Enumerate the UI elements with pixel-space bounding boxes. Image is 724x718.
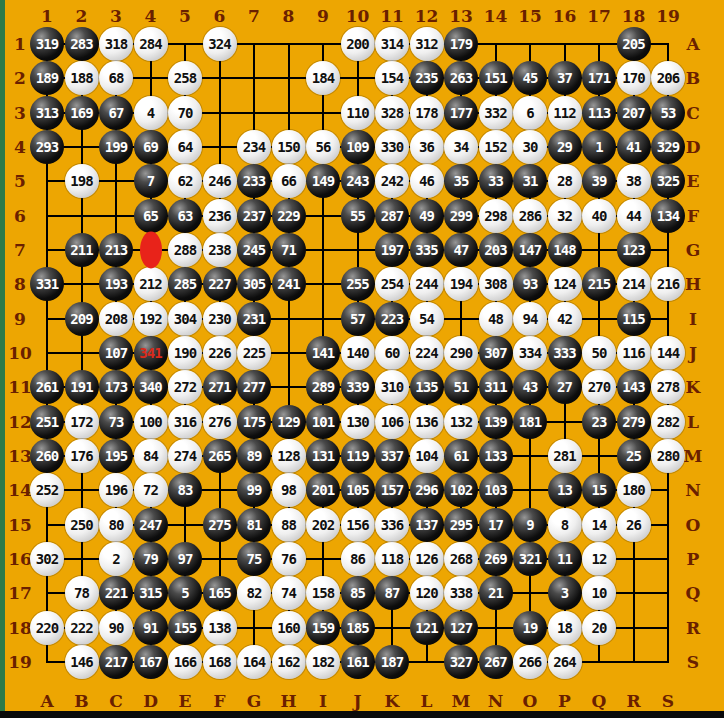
- stone-white-281: 281: [548, 439, 582, 473]
- coord-label-bottom: C: [109, 691, 123, 711]
- stone-white-30: 30: [513, 130, 547, 164]
- stone-black-148: 148: [548, 233, 582, 267]
- stone-white-154: 154: [375, 61, 409, 95]
- stone-black-263: 263: [444, 61, 478, 95]
- stone-white-200: 200: [341, 27, 375, 61]
- stone-white-48: 48: [479, 302, 513, 336]
- stone-black-149: 149: [306, 164, 340, 198]
- stone-black-31: 31: [513, 164, 547, 198]
- stone-black-319: 319: [30, 27, 64, 61]
- coord-label-left: 11: [8, 377, 32, 397]
- stone-white-68: 68: [99, 61, 133, 95]
- stone-white-100: 100: [134, 405, 168, 439]
- stone-white-126: 126: [410, 542, 444, 576]
- stone-black-247: 247: [134, 508, 168, 542]
- coord-label-bottom: L: [421, 691, 433, 711]
- stone-white-128: 128: [272, 439, 306, 473]
- coord-label-top: 9: [317, 6, 329, 26]
- coord-label-right: I: [689, 309, 697, 329]
- stone-black-260: 260: [30, 439, 64, 473]
- ko-marker: [140, 231, 162, 268]
- coord-label-top: 5: [179, 6, 191, 26]
- stone-white-140: 140: [341, 336, 375, 370]
- coord-label-right: M: [684, 446, 703, 466]
- stone-black-65: 65: [134, 199, 168, 233]
- stone-black-307: 307: [479, 336, 513, 370]
- stone-black-53: 53: [651, 96, 685, 130]
- stone-black-277: 277: [237, 370, 271, 404]
- stone-black-179: 179: [444, 27, 478, 61]
- stone-black-299: 299: [444, 199, 478, 233]
- stone-white-192: 192: [134, 302, 168, 336]
- stone-white-225: 225: [237, 336, 271, 370]
- stone-black-341: 341: [134, 336, 168, 370]
- coord-label-top: 1: [41, 6, 53, 26]
- stone-black-99: 99: [237, 473, 271, 507]
- stone-black-135: 135: [410, 370, 444, 404]
- stone-white-272: 272: [168, 370, 202, 404]
- stone-white-32: 32: [548, 199, 582, 233]
- stone-black-269: 269: [479, 542, 513, 576]
- stone-white-278: 278: [651, 370, 685, 404]
- stone-black-265: 265: [203, 439, 237, 473]
- stone-white-42: 42: [548, 302, 582, 336]
- stone-white-38: 38: [617, 164, 651, 198]
- coord-label-bottom: G: [247, 691, 262, 711]
- stone-black-327: 327: [444, 645, 478, 679]
- stone-white-172: 172: [65, 405, 99, 439]
- stone-black-161: 161: [341, 645, 375, 679]
- coord-label-top: 13: [449, 6, 473, 26]
- stone-white-168: 168: [203, 645, 237, 679]
- stone-white-138: 138: [203, 611, 237, 645]
- stone-white-82: 82: [237, 576, 271, 610]
- stone-white-44: 44: [617, 199, 651, 233]
- stone-black-227: 227: [203, 267, 237, 301]
- stone-black-61: 61: [444, 439, 478, 473]
- stone-white-106: 106: [375, 405, 409, 439]
- stone-white-98: 98: [272, 473, 306, 507]
- stone-black-85: 85: [341, 576, 375, 610]
- coord-label-right: R: [686, 618, 700, 638]
- coord-label-left: 17: [8, 583, 32, 603]
- stone-white-110: 110: [341, 96, 375, 130]
- stone-black-195: 195: [99, 439, 133, 473]
- stone-black-134: 134: [651, 199, 685, 233]
- coord-label-bottom: A: [40, 691, 53, 711]
- stone-white-130: 130: [341, 405, 375, 439]
- stone-white-164: 164: [237, 645, 271, 679]
- stone-white-222: 222: [65, 611, 99, 645]
- stone-white-214: 214: [617, 267, 651, 301]
- stone-black-143: 143: [617, 370, 651, 404]
- stone-black-129: 129: [272, 405, 306, 439]
- stone-black-113: 113: [582, 96, 616, 130]
- stone-white-62: 62: [168, 164, 202, 198]
- stone-white-176: 176: [65, 439, 99, 473]
- coord-label-left: 3: [14, 103, 26, 123]
- stone-white-116: 116: [617, 336, 651, 370]
- stone-black-157: 157: [375, 473, 409, 507]
- stone-white-162: 162: [272, 645, 306, 679]
- stone-white-316: 316: [168, 405, 202, 439]
- coord-label-top: 17: [587, 6, 611, 26]
- stone-black-237: 237: [237, 199, 271, 233]
- stone-white-220: 220: [30, 611, 64, 645]
- stone-white-196: 196: [99, 473, 133, 507]
- stone-black-255: 255: [341, 267, 375, 301]
- stone-black-49: 49: [410, 199, 444, 233]
- stone-black-193: 193: [99, 267, 133, 301]
- stone-white-136: 136: [410, 405, 444, 439]
- stone-black-271: 271: [203, 370, 237, 404]
- stone-white-286: 286: [513, 199, 547, 233]
- stone-white-258: 258: [168, 61, 202, 95]
- stone-white-236: 236: [203, 199, 237, 233]
- stone-white-244: 244: [410, 267, 444, 301]
- stone-white-74: 74: [272, 576, 306, 610]
- coord-label-left: 12: [8, 412, 32, 432]
- coord-label-bottom: B: [74, 691, 88, 711]
- stone-white-298: 298: [479, 199, 513, 233]
- stone-white-132: 132: [444, 405, 478, 439]
- stone-black-102: 102: [444, 473, 478, 507]
- stone-black-13: 13: [548, 473, 582, 507]
- stone-black-147: 147: [513, 233, 547, 267]
- stone-white-178: 178: [410, 96, 444, 130]
- stone-black-169: 169: [65, 96, 99, 130]
- stone-black-39: 39: [582, 164, 616, 198]
- stone-black-47: 47: [444, 233, 478, 267]
- stone-black-213: 213: [99, 233, 133, 267]
- coord-label-top: 3: [110, 6, 122, 26]
- stone-white-282: 282: [651, 405, 685, 439]
- stone-white-46: 46: [410, 164, 444, 198]
- coord-label-left: 19: [8, 652, 32, 672]
- stone-black-35: 35: [444, 164, 478, 198]
- stone-white-270: 270: [582, 370, 616, 404]
- stone-white-330: 330: [375, 130, 409, 164]
- stone-white-64: 64: [168, 130, 202, 164]
- stone-black-171: 171: [582, 61, 616, 95]
- coord-label-right: S: [687, 652, 699, 672]
- stone-white-124: 124: [548, 267, 582, 301]
- stone-white-10: 10: [582, 576, 616, 610]
- stone-white-226: 226: [203, 336, 237, 370]
- coord-label-right: D: [686, 137, 701, 157]
- stone-white-166: 166: [168, 645, 202, 679]
- stone-black-235: 235: [410, 61, 444, 95]
- stone-white-6: 6: [513, 96, 547, 130]
- coord-label-left: 4: [14, 137, 26, 157]
- stone-black-27: 27: [548, 370, 582, 404]
- stone-black-19: 19: [513, 611, 547, 645]
- coord-label-top: 19: [656, 6, 680, 26]
- coord-label-bottom: P: [558, 691, 571, 711]
- stone-black-103: 103: [479, 473, 513, 507]
- stone-black-3: 3: [548, 576, 582, 610]
- stone-white-280: 280: [651, 439, 685, 473]
- stone-black-205: 205: [617, 27, 651, 61]
- coord-label-left: 1: [14, 34, 26, 54]
- stone-white-2: 2: [99, 542, 133, 576]
- stone-white-180: 180: [617, 473, 651, 507]
- coord-label-top: 10: [346, 6, 370, 26]
- stone-black-333: 333: [548, 336, 582, 370]
- stone-white-54: 54: [410, 302, 444, 336]
- stone-black-199: 199: [99, 130, 133, 164]
- stone-black-295: 295: [444, 508, 478, 542]
- stone-white-304: 304: [168, 302, 202, 336]
- stone-white-208: 208: [99, 302, 133, 336]
- stone-black-223: 223: [375, 302, 409, 336]
- stone-white-266: 266: [513, 645, 547, 679]
- coord-label-left: 14: [8, 480, 32, 500]
- coord-label-top: 2: [76, 6, 88, 26]
- stone-white-328: 328: [375, 96, 409, 130]
- coord-label-left: 5: [14, 171, 26, 191]
- coord-label-bottom: N: [488, 691, 504, 711]
- stone-white-238: 238: [203, 233, 237, 267]
- coord-label-right: G: [686, 240, 701, 260]
- stone-black-251: 251: [30, 405, 64, 439]
- stone-white-160: 160: [272, 611, 306, 645]
- stone-white-66: 66: [272, 164, 306, 198]
- stone-black-267: 267: [479, 645, 513, 679]
- coord-label-bottom: Q: [592, 691, 607, 711]
- stone-black-43: 43: [513, 370, 547, 404]
- coord-label-right: N: [685, 480, 701, 500]
- stone-white-8: 8: [548, 508, 582, 542]
- stone-white-156: 156: [341, 508, 375, 542]
- stone-black-45: 45: [513, 61, 547, 95]
- stone-black-305: 305: [237, 267, 271, 301]
- stone-white-56: 56: [306, 130, 340, 164]
- stone-white-288: 288: [168, 233, 202, 267]
- stone-black-187: 187: [375, 645, 409, 679]
- grid-line-v: [81, 43, 83, 663]
- stone-white-20: 20: [582, 611, 616, 645]
- stone-black-5: 5: [168, 576, 202, 610]
- stone-black-57: 57: [341, 302, 375, 336]
- stone-black-115: 115: [617, 302, 651, 336]
- stone-black-101: 101: [306, 405, 340, 439]
- stone-black-7: 7: [134, 164, 168, 198]
- coord-label-bottom: S: [662, 691, 674, 711]
- stone-black-313: 313: [30, 96, 64, 130]
- stone-black-296: 296: [410, 473, 444, 507]
- coord-label-top: 6: [214, 6, 226, 26]
- stone-black-127: 127: [444, 611, 478, 645]
- stone-white-18: 18: [548, 611, 582, 645]
- stone-white-144: 144: [651, 336, 685, 370]
- stone-white-318: 318: [99, 27, 133, 61]
- stone-black-189: 189: [30, 61, 64, 95]
- stone-white-268: 268: [444, 542, 478, 576]
- stone-white-158: 158: [306, 576, 340, 610]
- stone-white-152: 152: [479, 130, 513, 164]
- stone-black-79: 79: [134, 542, 168, 576]
- coord-label-bottom: F: [213, 691, 225, 711]
- stone-white-104: 104: [410, 439, 444, 473]
- stone-black-241: 241: [272, 267, 306, 301]
- stone-black-311: 311: [479, 370, 513, 404]
- stone-white-26: 26: [617, 508, 651, 542]
- coord-label-right: B: [686, 68, 700, 88]
- coord-label-right: L: [687, 412, 699, 432]
- coord-label-left: 16: [8, 549, 32, 569]
- stone-black-175: 175: [237, 405, 271, 439]
- coord-label-right: A: [686, 34, 699, 54]
- coord-label-top: 14: [484, 6, 508, 26]
- left-edge-strip: [0, 0, 5, 718]
- stone-black-11: 11: [548, 542, 582, 576]
- coord-label-bottom: O: [523, 691, 538, 711]
- stone-black-1: 1: [582, 130, 616, 164]
- coord-label-right: C: [686, 103, 700, 123]
- stone-white-198: 198: [65, 164, 99, 198]
- coord-label-left: 8: [14, 274, 26, 294]
- stone-black-340: 340: [134, 370, 168, 404]
- stone-black-119: 119: [341, 439, 375, 473]
- coord-label-left: 2: [14, 68, 26, 88]
- stone-black-81: 81: [237, 508, 271, 542]
- stone-white-242: 242: [375, 164, 409, 198]
- stone-black-91: 91: [134, 611, 168, 645]
- stone-white-206: 206: [651, 61, 685, 95]
- stone-black-181: 181: [513, 405, 547, 439]
- stone-black-207: 207: [617, 96, 651, 130]
- stone-white-312: 312: [410, 27, 444, 61]
- stone-black-185: 185: [341, 611, 375, 645]
- stone-black-245: 245: [237, 233, 271, 267]
- stone-white-80: 80: [99, 508, 133, 542]
- stone-black-315: 315: [134, 576, 168, 610]
- stone-black-191: 191: [65, 370, 99, 404]
- coord-label-left: 15: [8, 515, 32, 535]
- coord-label-bottom: K: [385, 691, 400, 711]
- stone-white-314: 314: [375, 27, 409, 61]
- stone-black-139: 139: [479, 405, 513, 439]
- stone-black-289: 289: [306, 370, 340, 404]
- stone-black-89: 89: [237, 439, 271, 473]
- stone-white-88: 88: [272, 508, 306, 542]
- coord-label-bottom: M: [452, 691, 471, 711]
- stone-white-86: 86: [341, 542, 375, 576]
- stone-white-274: 274: [168, 439, 202, 473]
- stone-white-276: 276: [203, 405, 237, 439]
- stone-black-69: 69: [134, 130, 168, 164]
- stone-black-55: 55: [341, 199, 375, 233]
- go-record-viewer: 1234567891011121314151617181912345678910…: [0, 0, 724, 718]
- stone-black-105: 105: [341, 473, 375, 507]
- coord-label-top: 4: [145, 6, 157, 26]
- coord-label-bottom: D: [143, 691, 158, 711]
- coord-label-bottom: H: [280, 691, 296, 711]
- stone-black-221: 221: [99, 576, 133, 610]
- stone-white-254: 254: [375, 267, 409, 301]
- stone-black-243: 243: [341, 164, 375, 198]
- stone-black-131: 131: [306, 439, 340, 473]
- stone-black-197: 197: [375, 233, 409, 267]
- stone-black-293: 293: [30, 130, 64, 164]
- stone-black-73: 73: [99, 405, 133, 439]
- coord-label-left: 7: [14, 240, 26, 260]
- coord-label-right: F: [687, 206, 699, 226]
- stone-black-229: 229: [272, 199, 306, 233]
- stone-black-233: 233: [237, 164, 271, 198]
- coord-label-top: 12: [415, 6, 439, 26]
- stone-black-211: 211: [65, 233, 99, 267]
- stone-white-184: 184: [306, 61, 340, 95]
- stone-black-37: 37: [548, 61, 582, 95]
- stone-white-246: 246: [203, 164, 237, 198]
- stone-white-170: 170: [617, 61, 651, 95]
- stone-white-70: 70: [168, 96, 202, 130]
- coord-label-bottom: J: [353, 691, 361, 711]
- stone-black-261: 261: [30, 370, 64, 404]
- coord-label-right: O: [686, 515, 701, 535]
- stone-white-150: 150: [272, 130, 306, 164]
- stone-white-14: 14: [582, 508, 616, 542]
- stone-black-41: 41: [617, 130, 651, 164]
- stone-white-12: 12: [582, 542, 616, 576]
- stone-white-216: 216: [651, 267, 685, 301]
- coord-label-top: 18: [622, 6, 646, 26]
- stone-black-9: 9: [513, 508, 547, 542]
- stone-black-33: 33: [479, 164, 513, 198]
- stone-black-63: 63: [168, 199, 202, 233]
- coord-label-top: 8: [283, 6, 295, 26]
- stone-white-94: 94: [513, 302, 547, 336]
- stone-black-51: 51: [444, 370, 478, 404]
- stone-black-167: 167: [134, 645, 168, 679]
- coord-label-right: Q: [686, 583, 701, 603]
- stone-black-217: 217: [99, 645, 133, 679]
- stone-white-332: 332: [479, 96, 513, 130]
- stone-black-165: 165: [203, 576, 237, 610]
- stone-black-283: 283: [65, 27, 99, 61]
- stone-white-28: 28: [548, 164, 582, 198]
- stone-black-97: 97: [168, 542, 202, 576]
- stone-white-310: 310: [375, 370, 409, 404]
- stone-white-146: 146: [65, 645, 99, 679]
- stone-black-123: 123: [617, 233, 651, 267]
- stone-white-182: 182: [306, 645, 340, 679]
- stone-black-287: 287: [375, 199, 409, 233]
- stone-white-308: 308: [479, 267, 513, 301]
- stone-white-284: 284: [134, 27, 168, 61]
- stone-black-23: 23: [582, 405, 616, 439]
- stone-white-76: 76: [272, 542, 306, 576]
- stone-black-17: 17: [479, 508, 513, 542]
- stone-black-87: 87: [375, 576, 409, 610]
- stone-white-202: 202: [306, 508, 340, 542]
- stone-black-335: 335: [410, 233, 444, 267]
- coord-label-top: 15: [518, 6, 542, 26]
- stone-white-290: 290: [444, 336, 478, 370]
- stone-black-25: 25: [617, 439, 651, 473]
- stone-black-71: 71: [272, 233, 306, 267]
- stone-black-133: 133: [479, 439, 513, 473]
- coord-label-left: 18: [8, 618, 32, 638]
- stone-white-264: 264: [548, 645, 582, 679]
- stone-white-230: 230: [203, 302, 237, 336]
- stone-white-234: 234: [237, 130, 271, 164]
- stone-black-159: 159: [306, 611, 340, 645]
- stone-white-72: 72: [134, 473, 168, 507]
- coord-label-right: E: [687, 171, 700, 191]
